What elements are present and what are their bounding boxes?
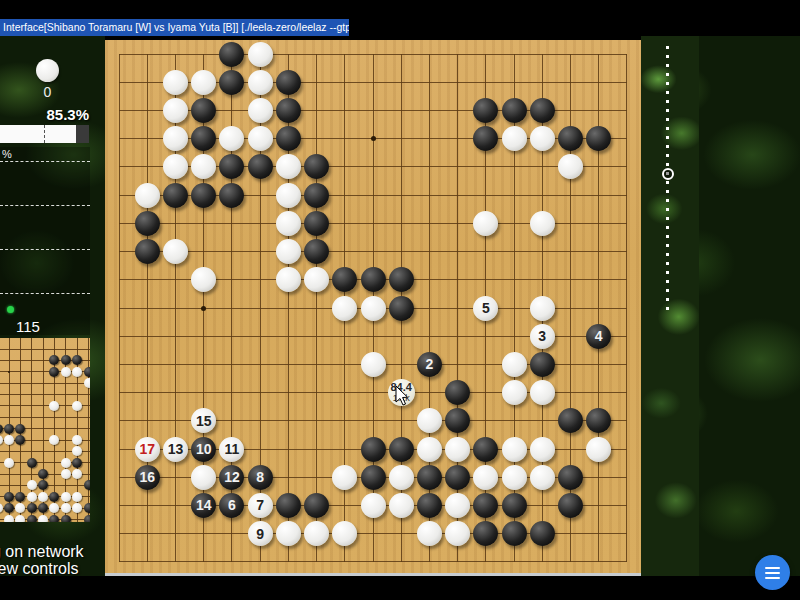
move-number: 7 — [256, 498, 264, 512]
black-stone: 10 — [191, 437, 216, 462]
black-stone: 6 — [219, 493, 244, 518]
white-stone — [72, 367, 82, 377]
white-stone — [61, 492, 71, 502]
white-stone — [276, 267, 301, 292]
move-number: 14 — [196, 498, 212, 512]
black-stone — [530, 352, 555, 377]
black-stone — [304, 211, 329, 236]
black-stone — [276, 493, 301, 518]
black-stone — [61, 355, 71, 365]
black-stone — [473, 126, 498, 151]
black-stone — [389, 267, 414, 292]
white-stone — [445, 521, 470, 546]
white-stone — [304, 521, 329, 546]
black-stone — [0, 424, 3, 434]
black-stone: 2 — [417, 352, 442, 377]
black-stone — [304, 493, 329, 518]
black-stone — [473, 521, 498, 546]
black-stone — [445, 465, 470, 490]
move-number: 10 — [196, 442, 212, 456]
analysis-playouts: 1.1k — [393, 393, 410, 403]
white-stone: 15 — [191, 408, 216, 433]
white-stone — [502, 437, 527, 462]
white-stone — [332, 296, 357, 321]
move-number: 2 — [426, 357, 434, 371]
black-stone — [219, 70, 244, 95]
black-stone — [84, 515, 90, 522]
variation-preview-board[interactable] — [0, 338, 90, 522]
move-number: 5 — [482, 301, 490, 315]
white-stone — [502, 380, 527, 405]
white-stone — [135, 183, 160, 208]
white-stone — [530, 465, 555, 490]
black-stone — [586, 126, 611, 151]
black-stone — [49, 367, 59, 377]
black-stone — [27, 503, 37, 513]
black-stone — [61, 515, 71, 522]
background-foliage-bright-strip — [641, 36, 699, 576]
black-stone — [445, 408, 470, 433]
black-stone — [304, 239, 329, 264]
black-stone — [558, 126, 583, 151]
move-number: 12 — [224, 470, 240, 484]
white-stone — [248, 98, 273, 123]
white-stone — [163, 239, 188, 264]
black-stone — [304, 154, 329, 179]
black-stone — [135, 239, 160, 264]
move-number: 17 — [140, 442, 156, 456]
black-stone — [191, 126, 216, 151]
black-stone — [389, 296, 414, 321]
white-stone — [191, 70, 216, 95]
move-number: 15 — [196, 414, 212, 428]
move-number: 16 — [140, 470, 156, 484]
black-stone — [248, 154, 273, 179]
black-stone — [558, 408, 583, 433]
black-stone — [586, 408, 611, 433]
black-stone — [502, 98, 527, 123]
white-stone — [191, 465, 216, 490]
black-stone — [473, 98, 498, 123]
white-stone — [0, 435, 3, 445]
move-number: 8 — [256, 470, 264, 484]
graph-move-number: 115 — [16, 318, 40, 335]
white-stone — [15, 515, 25, 522]
black-stone — [15, 435, 25, 445]
white-stone — [445, 493, 470, 518]
white-stone — [163, 126, 188, 151]
white-stone — [530, 380, 555, 405]
black-stone — [38, 503, 48, 513]
black-stone: 8 — [248, 465, 273, 490]
white-stone — [530, 211, 555, 236]
white-capture-count: 0 — [36, 84, 59, 100]
black-stone — [276, 70, 301, 95]
white-stone — [530, 296, 555, 321]
black-stone — [389, 437, 414, 462]
black-stone — [72, 458, 82, 468]
black-stone — [502, 493, 527, 518]
title-bar: Interface[Shibano Toramaru [W] vs Iyama … — [0, 19, 349, 36]
white-stone — [38, 515, 48, 522]
white-stone — [49, 503, 59, 513]
white-stone — [389, 465, 414, 490]
white-stone: 9 — [248, 521, 273, 546]
white-stone — [248, 126, 273, 151]
black-stone — [15, 424, 25, 434]
black-stone — [27, 458, 37, 468]
white-stone — [248, 70, 273, 95]
graph-y-axis-label: % — [2, 148, 12, 160]
white-stone — [4, 458, 14, 468]
black-stone — [84, 367, 90, 377]
white-stone — [61, 367, 71, 377]
move-number: 13 — [168, 442, 184, 456]
white-stone — [304, 267, 329, 292]
white-stone — [586, 437, 611, 462]
black-stone — [4, 424, 14, 434]
black-stone: 4 — [586, 324, 611, 349]
analysis-suggestion-stone[interactable]: 84.41.1k — [388, 379, 415, 406]
black-stone — [15, 492, 25, 502]
black-stone: 16 — [135, 465, 160, 490]
white-stone: 13 — [163, 437, 188, 462]
black-stone — [473, 493, 498, 518]
white-stone: 7 — [248, 493, 273, 518]
black-stone — [219, 42, 244, 67]
white-stone — [72, 401, 82, 411]
graph-gridline — [0, 161, 90, 162]
white-stone — [49, 435, 59, 445]
white-stone: 11 — [219, 437, 244, 462]
white-stone: 3 — [530, 324, 555, 349]
black-stone — [49, 515, 59, 522]
bottom-black-bar — [0, 576, 800, 600]
move-number: 4 — [595, 329, 603, 343]
black-stone — [276, 98, 301, 123]
white-stone — [248, 42, 273, 67]
variation-preview-board-inner — [0, 338, 90, 522]
white-stone — [473, 465, 498, 490]
black-stone — [332, 267, 357, 292]
white-stone — [38, 492, 48, 502]
right-dotted-line-ring — [662, 168, 674, 180]
black-stone — [361, 437, 386, 462]
white-stone — [445, 437, 470, 462]
white-stone — [4, 435, 14, 445]
white-stone — [361, 352, 386, 377]
white-stone — [417, 521, 442, 546]
black-stone — [191, 183, 216, 208]
winrate-bar — [0, 125, 89, 143]
graph-gridline — [0, 205, 90, 206]
white-capture-stone-icon — [36, 59, 59, 82]
grid-line — [88, 338, 89, 522]
black-stone — [417, 493, 442, 518]
go-board[interactable]: 53421517131011161281467984.41.1k — [105, 40, 641, 576]
black-stone — [558, 493, 583, 518]
black-stone — [84, 503, 90, 513]
menu-button[interactable] — [755, 555, 790, 590]
black-stone — [163, 183, 188, 208]
analysis-winrate: 84.4 — [390, 382, 411, 393]
white-stone — [72, 492, 82, 502]
black-stone — [191, 98, 216, 123]
black-stone — [530, 98, 555, 123]
white-stone — [84, 378, 90, 388]
move-number: 11 — [225, 442, 240, 456]
black-stone — [445, 380, 470, 405]
white-stone — [4, 515, 14, 522]
black-stone — [84, 480, 90, 490]
black-stone — [49, 492, 59, 502]
white-stone — [276, 239, 301, 264]
graph-current-move-marker — [7, 306, 14, 313]
black-stone — [219, 183, 244, 208]
black-stone — [135, 211, 160, 236]
black-stone — [38, 469, 48, 479]
white-stone — [276, 154, 301, 179]
hamburger-icon — [765, 572, 780, 574]
hamburger-icon — [765, 567, 780, 569]
black-stone — [502, 521, 527, 546]
white-stone: 5 — [473, 296, 498, 321]
move-number: 6 — [228, 498, 236, 512]
black-stone — [530, 521, 555, 546]
white-stone — [163, 98, 188, 123]
white-stone — [27, 480, 37, 490]
white-stone — [61, 503, 71, 513]
graph-gridline — [0, 249, 90, 250]
white-stone — [417, 437, 442, 462]
white-stone — [0, 503, 3, 513]
white-stone — [163, 70, 188, 95]
white-stone — [276, 183, 301, 208]
black-stone — [361, 267, 386, 292]
move-number: 9 — [256, 527, 264, 541]
winrate-bar-midline — [44, 125, 45, 143]
white-stone — [27, 492, 37, 502]
black-stone — [276, 126, 301, 151]
star-point — [371, 136, 376, 141]
winrate-bar-fill — [0, 125, 76, 143]
winrate-label: 85.3% — [0, 106, 89, 123]
grid-line — [626, 54, 627, 562]
white-stone — [15, 503, 25, 513]
black-stone — [304, 183, 329, 208]
winrate-graph[interactable]: % 115 — [0, 147, 90, 335]
black-stone — [49, 355, 59, 365]
white-stone — [502, 352, 527, 377]
white-stone — [530, 437, 555, 462]
white-stone — [530, 126, 555, 151]
top-black-strip — [0, 0, 800, 19]
black-stone — [558, 465, 583, 490]
white-stone — [389, 493, 414, 518]
black-stone — [27, 515, 37, 522]
white-stone — [332, 465, 357, 490]
white-stone — [417, 408, 442, 433]
black-stone: 14 — [191, 493, 216, 518]
hamburger-icon — [765, 577, 780, 579]
graph-gridline — [0, 293, 90, 294]
white-stone — [72, 435, 82, 445]
black-stone — [361, 465, 386, 490]
move-number: 3 — [538, 329, 546, 343]
white-stone — [361, 296, 386, 321]
app-window: Interface[Shibano Toramaru [W] vs Iyama … — [0, 0, 800, 600]
black-stone — [4, 492, 14, 502]
star-point — [8, 371, 10, 373]
white-stone — [473, 211, 498, 236]
black-stone: 12 — [219, 465, 244, 490]
white-stone — [72, 503, 82, 513]
black-stone — [417, 465, 442, 490]
white-stone — [191, 267, 216, 292]
white-stone — [191, 154, 216, 179]
black-stone — [38, 480, 48, 490]
black-stone — [72, 355, 82, 365]
grid-line — [119, 561, 627, 562]
white-stone — [72, 469, 82, 479]
status-text-line2: iew controls — [0, 560, 78, 578]
white-stone — [558, 154, 583, 179]
black-stone — [4, 503, 14, 513]
white-stone — [276, 211, 301, 236]
star-point — [201, 306, 206, 311]
white-stone — [49, 401, 59, 411]
black-stone — [219, 154, 244, 179]
black-stone — [473, 437, 498, 462]
white-stone — [163, 154, 188, 179]
status-text-line1: g on network — [0, 543, 84, 561]
white-stone — [276, 521, 301, 546]
white-stone — [361, 493, 386, 518]
white-stone: 17 — [135, 437, 160, 462]
white-stone — [502, 126, 527, 151]
white-stone — [332, 521, 357, 546]
white-stone — [61, 458, 71, 468]
white-stone — [72, 446, 82, 456]
white-stone — [502, 465, 527, 490]
white-stone — [61, 469, 71, 479]
white-stone — [219, 126, 244, 151]
